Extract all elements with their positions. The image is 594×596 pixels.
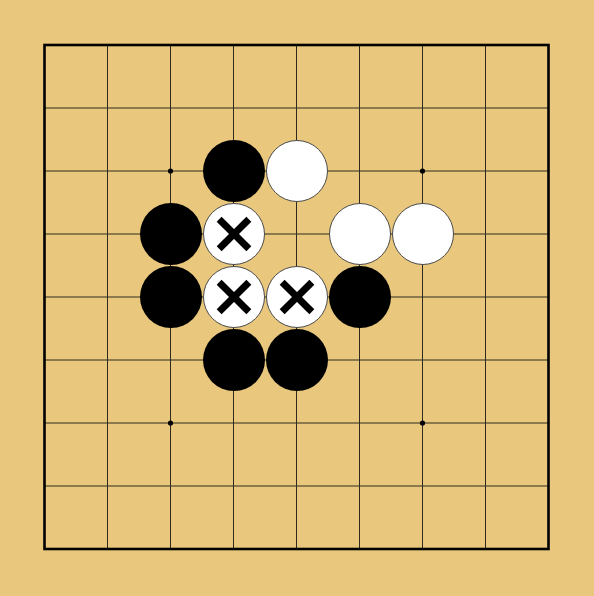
white-stone — [329, 203, 391, 265]
go-board[interactable] — [13, 14, 580, 581]
go-board-diagram — [0, 0, 594, 596]
black-stone — [140, 203, 202, 265]
white-stone-x-marked — [203, 266, 265, 328]
x-mark-icon — [267, 267, 327, 327]
white-stone — [392, 203, 454, 265]
black-stone — [203, 140, 265, 202]
black-stone — [140, 266, 202, 328]
white-stone-x-marked — [203, 203, 265, 265]
white-stone — [266, 140, 328, 202]
x-mark-icon — [204, 204, 264, 264]
white-stone-x-marked — [266, 266, 328, 328]
black-stone — [203, 329, 265, 391]
x-mark-icon — [204, 267, 264, 327]
black-stone — [266, 329, 328, 391]
black-stone — [329, 266, 391, 328]
